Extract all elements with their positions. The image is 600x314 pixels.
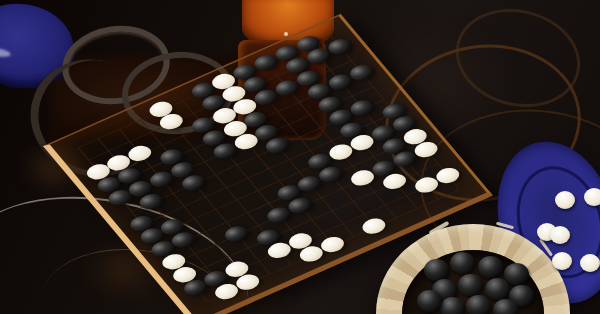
dish-stone-white: [584, 188, 600, 206]
bowl-stone-black: [458, 274, 483, 296]
bowl-stone-black: [478, 256, 503, 278]
dish-stone-white: [550, 226, 570, 244]
bowl-stone-black: [424, 259, 449, 281]
bowl-stone-black: [493, 299, 518, 314]
bowl-stone-black: [504, 263, 529, 285]
blue-bowl-highlight: [0, 46, 11, 58]
go-game-photo: [0, 0, 600, 314]
bowl-stone-black: [417, 290, 442, 312]
bowl-stone-black: [450, 252, 475, 274]
dish-stone-white: [580, 254, 600, 272]
bowl-stone-black: [466, 295, 491, 314]
bottle-highlight-speck: [284, 32, 288, 36]
dish-stone-white: [555, 191, 575, 209]
bowl-stone-black: [485, 278, 510, 300]
bowl-stone-black: [440, 297, 465, 314]
dish-stone-white: [552, 252, 572, 270]
